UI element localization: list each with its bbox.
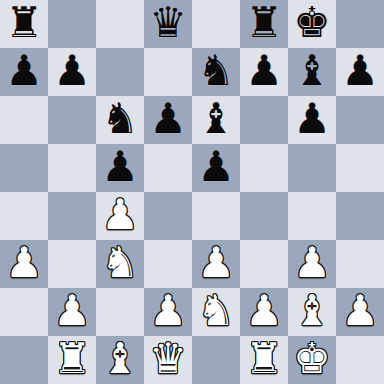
square-b8[interactable]: [48, 0, 96, 48]
square-f3[interactable]: [240, 240, 288, 288]
piece-white-pawn[interactable]: ♟: [149, 287, 187, 335]
square-g4[interactable]: [288, 192, 336, 240]
square-g3[interactable]: ♟: [288, 240, 336, 288]
square-c3[interactable]: ♞: [96, 240, 144, 288]
square-h1[interactable]: [336, 336, 384, 384]
square-d5[interactable]: [144, 144, 192, 192]
square-b5[interactable]: [48, 144, 96, 192]
square-c6[interactable]: ♞: [96, 96, 144, 144]
square-g7[interactable]: ♝: [288, 48, 336, 96]
square-f5[interactable]: [240, 144, 288, 192]
square-c8[interactable]: [96, 0, 144, 48]
piece-white-king[interactable]: ♚: [293, 335, 331, 383]
square-d3[interactable]: [144, 240, 192, 288]
square-d2[interactable]: ♟: [144, 288, 192, 336]
piece-black-pawn[interactable]: ♟: [293, 95, 331, 143]
piece-white-pawn[interactable]: ♟: [341, 287, 379, 335]
square-c7[interactable]: [96, 48, 144, 96]
square-h2[interactable]: ♟: [336, 288, 384, 336]
piece-black-pawn[interactable]: ♟: [53, 47, 91, 95]
piece-black-pawn[interactable]: ♟: [149, 95, 187, 143]
chess-board: ♜♛♜♚♟♟♞♟♝♟♞♟♝♟♟♟♟♟♞♟♟♟♟♞♟♝♟♜♝♛♜♚: [0, 0, 384, 384]
piece-black-pawn[interactable]: ♟: [197, 143, 235, 191]
square-c4[interactable]: ♟: [96, 192, 144, 240]
square-a1[interactable]: [0, 336, 48, 384]
piece-white-bishop[interactable]: ♝: [101, 335, 139, 383]
square-a2[interactable]: [0, 288, 48, 336]
square-a3[interactable]: ♟: [0, 240, 48, 288]
square-b2[interactable]: ♟: [48, 288, 96, 336]
piece-white-knight[interactable]: ♞: [197, 287, 235, 335]
piece-black-bishop[interactable]: ♝: [197, 95, 235, 143]
piece-white-pawn[interactable]: ♟: [53, 287, 91, 335]
square-d6[interactable]: ♟: [144, 96, 192, 144]
square-f2[interactable]: ♟: [240, 288, 288, 336]
square-f6[interactable]: [240, 96, 288, 144]
square-h8[interactable]: [336, 0, 384, 48]
square-b4[interactable]: [48, 192, 96, 240]
square-h7[interactable]: ♟: [336, 48, 384, 96]
piece-black-rook[interactable]: ♜: [245, 0, 283, 47]
square-h4[interactable]: [336, 192, 384, 240]
square-c5[interactable]: ♟: [96, 144, 144, 192]
piece-black-pawn[interactable]: ♟: [5, 47, 43, 95]
square-f7[interactable]: ♟: [240, 48, 288, 96]
square-f1[interactable]: ♜: [240, 336, 288, 384]
square-d1[interactable]: ♛: [144, 336, 192, 384]
piece-white-knight[interactable]: ♞: [101, 239, 139, 287]
square-d8[interactable]: ♛: [144, 0, 192, 48]
piece-black-king[interactable]: ♚: [293, 0, 331, 47]
square-a8[interactable]: ♜: [0, 0, 48, 48]
square-g8[interactable]: ♚: [288, 0, 336, 48]
piece-black-pawn[interactable]: ♟: [341, 47, 379, 95]
square-b1[interactable]: ♜: [48, 336, 96, 384]
piece-white-pawn[interactable]: ♟: [245, 287, 283, 335]
square-a6[interactable]: [0, 96, 48, 144]
piece-white-queen[interactable]: ♛: [149, 335, 187, 383]
square-a7[interactable]: ♟: [0, 48, 48, 96]
piece-white-pawn[interactable]: ♟: [293, 239, 331, 287]
square-b3[interactable]: [48, 240, 96, 288]
square-h6[interactable]: [336, 96, 384, 144]
square-e5[interactable]: ♟: [192, 144, 240, 192]
square-e8[interactable]: [192, 0, 240, 48]
square-d7[interactable]: [144, 48, 192, 96]
piece-black-pawn[interactable]: ♟: [245, 47, 283, 95]
square-d4[interactable]: [144, 192, 192, 240]
square-f4[interactable]: [240, 192, 288, 240]
square-c1[interactable]: ♝: [96, 336, 144, 384]
piece-white-bishop[interactable]: ♝: [293, 287, 331, 335]
piece-white-pawn[interactable]: ♟: [5, 239, 43, 287]
square-e3[interactable]: ♟: [192, 240, 240, 288]
square-e4[interactable]: [192, 192, 240, 240]
piece-white-rook[interactable]: ♜: [245, 335, 283, 383]
square-e2[interactable]: ♞: [192, 288, 240, 336]
square-e7[interactable]: ♞: [192, 48, 240, 96]
piece-white-pawn[interactable]: ♟: [101, 191, 139, 239]
piece-black-knight[interactable]: ♞: [197, 47, 235, 95]
square-e6[interactable]: ♝: [192, 96, 240, 144]
square-c2[interactable]: [96, 288, 144, 336]
square-h3[interactable]: [336, 240, 384, 288]
piece-white-pawn[interactable]: ♟: [197, 239, 235, 287]
square-a4[interactable]: [0, 192, 48, 240]
piece-black-queen[interactable]: ♛: [149, 0, 187, 47]
square-e1[interactable]: [192, 336, 240, 384]
square-g2[interactable]: ♝: [288, 288, 336, 336]
square-g5[interactable]: [288, 144, 336, 192]
square-h5[interactable]: [336, 144, 384, 192]
square-b6[interactable]: [48, 96, 96, 144]
square-f8[interactable]: ♜: [240, 0, 288, 48]
square-a5[interactable]: [0, 144, 48, 192]
piece-black-bishop[interactable]: ♝: [293, 47, 331, 95]
piece-black-knight[interactable]: ♞: [101, 95, 139, 143]
square-b7[interactable]: ♟: [48, 48, 96, 96]
piece-black-pawn[interactable]: ♟: [101, 143, 139, 191]
piece-black-rook[interactable]: ♜: [5, 0, 43, 47]
square-g1[interactable]: ♚: [288, 336, 336, 384]
square-g6[interactable]: ♟: [288, 96, 336, 144]
piece-white-rook[interactable]: ♜: [53, 335, 91, 383]
